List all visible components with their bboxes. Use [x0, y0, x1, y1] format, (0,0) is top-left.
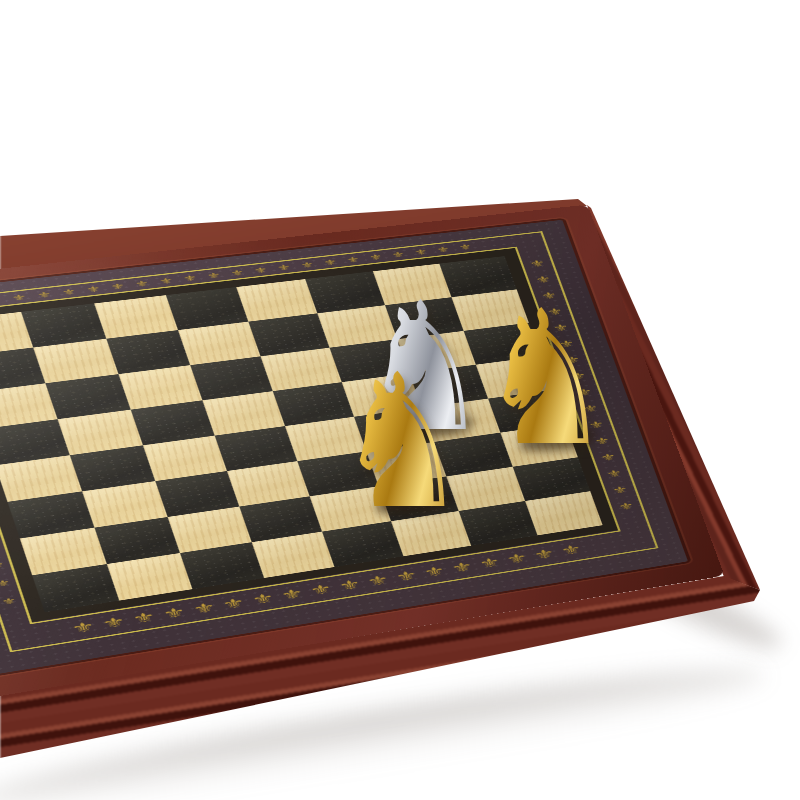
fleur-motif-icon: ⚜: [322, 258, 338, 267]
fleur-motif-icon: ⚜: [422, 564, 448, 580]
fleur-motif-icon: ⚜: [253, 265, 269, 274]
fleur-motif-icon: ⚜: [0, 295, 3, 304]
fleur-motif-icon: ⚜: [528, 258, 547, 269]
fleur-motif-icon: ⚜: [100, 614, 128, 631]
fleur-motif-icon: ⚜: [505, 551, 530, 566]
fleur-motif-icon: ⚜: [457, 242, 472, 251]
fleur-motif-icon: ⚜: [391, 250, 407, 259]
fleur-motif-icon: ⚜: [593, 436, 612, 447]
fleur-motif-icon: ⚜: [36, 290, 53, 299]
fleur-motif-icon: ⚜: [279, 586, 306, 602]
fleur-motif-icon: ⚜: [449, 560, 474, 576]
fleur-motif-icon: ⚜: [546, 307, 565, 318]
fleur-motif-icon: ⚜: [413, 247, 428, 256]
fleur-motif-icon: ⚜: [130, 610, 157, 626]
fleur-motif-icon: ⚜: [587, 419, 606, 430]
fleur-motif-icon: ⚜: [60, 287, 77, 296]
fleur-motif-icon: ⚜: [69, 619, 97, 636]
fleur-motif-icon: ⚜: [569, 371, 588, 382]
fleur-motif-icon: ⚜: [599, 452, 618, 463]
fleur-motif-icon: ⚜: [134, 279, 150, 288]
fleur-motif-icon: ⚜: [575, 387, 594, 398]
fleur-motif-icon: ⚜: [0, 578, 12, 588]
fleur-motif-icon: ⚜: [540, 290, 559, 301]
fleur-motif-icon: ⚜: [611, 485, 630, 496]
fleur-motif-icon: ⚜: [564, 355, 583, 366]
fleur-motif-icon: ⚜: [161, 605, 188, 621]
fleur-motif-icon: ⚜: [605, 468, 624, 479]
fleur-motif-icon: ⚜: [435, 245, 450, 254]
fleur-motif-icon: ⚜: [206, 271, 222, 280]
fleur-motif-icon: ⚜: [109, 282, 126, 291]
product-photo-stage: ⚜⚜⚜⚜⚜⚜⚜⚜⚜⚜⚜⚜⚜⚜⚜⚜⚜⚜⚜⚜⚜⚜ ⚜⚜⚜⚜⚜⚜⚜⚜⚜⚜⚜⚜⚜⚜⚜⚜⚜…: [0, 0, 800, 800]
fleur-motif-icon: ⚜: [11, 293, 28, 302]
fleur-motif-icon: ⚜: [276, 263, 292, 272]
fleur-motif-icon: ⚜: [394, 568, 420, 584]
fleur-motif-icon: ⚜: [368, 253, 384, 262]
fleur-motif-icon: ⚜: [0, 560, 6, 570]
fleur-motif-icon: ⚜: [477, 555, 502, 570]
fleur-motif-icon: ⚜: [250, 591, 277, 607]
fleur-motif-icon: ⚜: [345, 255, 361, 264]
fleur-motif-icon: ⚜: [558, 339, 577, 350]
fleur-motif-icon: ⚜: [220, 596, 247, 612]
fleur-motif-icon: ⚜: [299, 260, 315, 269]
fleur-motif-icon: ⚜: [191, 600, 218, 616]
fleur-motif-icon: ⚜: [182, 273, 198, 282]
fleur-motif-icon: ⚜: [534, 274, 553, 285]
fleur-motif-icon: ⚜: [308, 582, 334, 598]
fleur-motif-icon: ⚜: [581, 403, 600, 414]
fleur-motif-icon: ⚜: [229, 268, 245, 277]
fleur-motif-icon: ⚜: [559, 542, 584, 557]
fleur-motif-icon: ⚜: [365, 573, 391, 589]
fleur-motif-icon: ⚜: [158, 276, 174, 285]
fleur-motif-icon: ⚜: [337, 577, 363, 593]
fleur-motif-icon: ⚜: [85, 284, 102, 293]
fleur-motif-icon: ⚜: [552, 323, 571, 334]
fleur-motif-icon: ⚜: [0, 596, 17, 606]
fleur-motif-icon: ⚜: [617, 501, 636, 512]
fleur-motif-icon: ⚜: [532, 547, 557, 562]
